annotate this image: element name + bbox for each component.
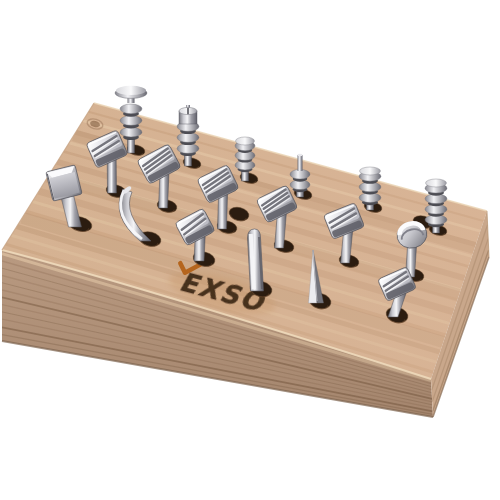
punch-set-photo: EXSO	[0, 0, 500, 500]
product-photo: EXSO	[0, 0, 500, 500]
